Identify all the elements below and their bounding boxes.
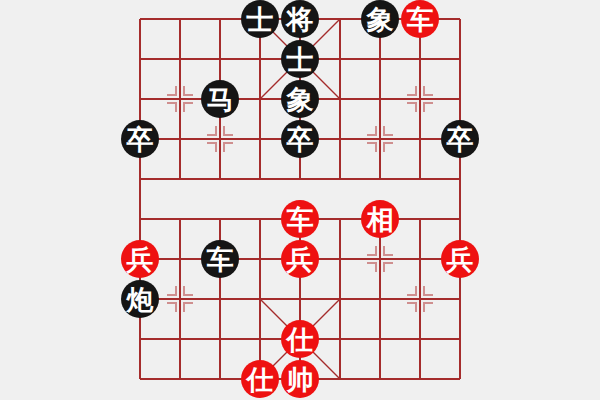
piece-red-general[interactable]: 帅	[281, 360, 319, 398]
piece-black-chariot[interactable]: 车	[201, 240, 239, 278]
piece-black-elephant[interactable]: 象	[281, 80, 319, 118]
pieces-layer: 士将象车士马象卒卒卒车相兵车兵兵炮仕仕帅	[0, 0, 600, 400]
xiangqi-board[interactable]: 士将象车士马象卒卒卒车相兵车兵兵炮仕仕帅	[0, 0, 600, 400]
piece-black-pawn[interactable]: 卒	[441, 120, 479, 158]
piece-red-pawn[interactable]: 兵	[441, 240, 479, 278]
piece-red-chariot[interactable]: 车	[281, 200, 319, 238]
piece-black-general[interactable]: 将	[281, 0, 319, 38]
piece-black-pawn[interactable]: 卒	[281, 120, 319, 158]
piece-black-advisor[interactable]: 士	[241, 0, 279, 38]
piece-red-pawn[interactable]: 兵	[121, 240, 159, 278]
piece-red-chariot[interactable]: 车	[401, 0, 439, 38]
piece-black-horse[interactable]: 马	[201, 80, 239, 118]
piece-red-advisor[interactable]: 仕	[241, 360, 279, 398]
app-background: 士将象车士马象卒卒卒车相兵车兵兵炮仕仕帅	[0, 0, 600, 400]
piece-black-advisor[interactable]: 士	[281, 40, 319, 78]
piece-red-elephant[interactable]: 相	[361, 200, 399, 238]
piece-black-pawn[interactable]: 卒	[121, 120, 159, 158]
piece-red-pawn[interactable]: 兵	[281, 240, 319, 278]
piece-black-elephant[interactable]: 象	[361, 0, 399, 38]
piece-black-cannon[interactable]: 炮	[121, 280, 159, 318]
piece-red-advisor[interactable]: 仕	[281, 320, 319, 358]
